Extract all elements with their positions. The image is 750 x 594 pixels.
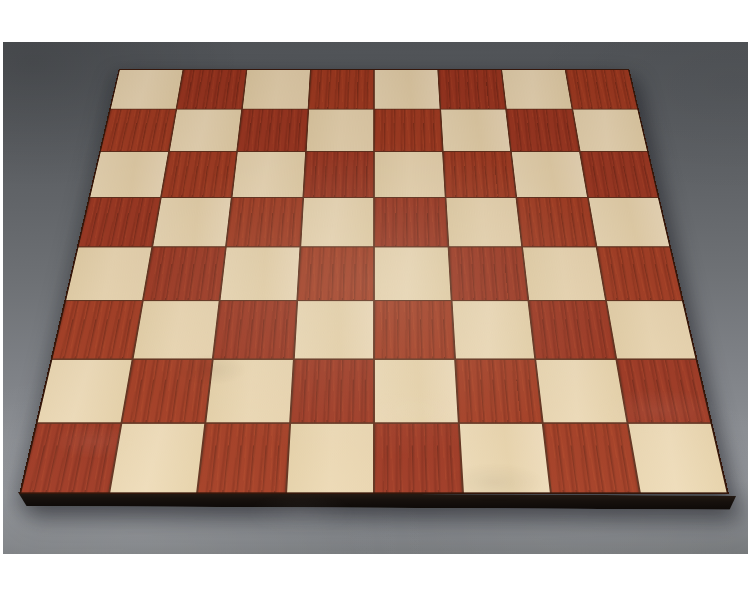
square-c5	[227, 198, 302, 246]
square-a8	[111, 70, 182, 109]
square-e8	[375, 70, 440, 109]
square-g3	[529, 301, 614, 358]
square-d3	[294, 301, 373, 358]
chessboard	[19, 69, 729, 494]
square-h1	[628, 424, 726, 493]
square-f2	[456, 360, 542, 423]
board-photo	[3, 42, 748, 554]
square-f4	[449, 247, 528, 300]
square-b1	[110, 424, 204, 493]
square-b4	[143, 247, 225, 300]
square-e5	[375, 198, 447, 246]
square-g2	[536, 360, 626, 423]
square-b3	[133, 301, 218, 358]
square-h5	[588, 198, 669, 246]
square-g6	[512, 152, 587, 197]
square-a7	[101, 110, 175, 152]
square-g8	[502, 70, 571, 109]
square-c6	[233, 152, 305, 197]
square-c1	[198, 424, 288, 493]
square-e7	[375, 110, 442, 152]
square-f5	[446, 198, 521, 246]
square-h4	[597, 247, 682, 300]
square-a2	[38, 360, 131, 423]
square-c8	[243, 70, 310, 109]
square-h2	[617, 360, 710, 423]
square-g1	[544, 424, 638, 493]
square-d7	[306, 110, 373, 152]
square-a3	[53, 301, 142, 358]
square-d5	[301, 198, 373, 246]
square-f7	[441, 110, 510, 152]
square-f3	[452, 301, 534, 358]
square-f6	[443, 152, 515, 197]
square-e4	[375, 247, 450, 300]
square-c2	[206, 360, 292, 423]
square-b7	[169, 110, 241, 152]
square-g5	[517, 198, 595, 246]
square-c3	[214, 301, 296, 358]
square-b8	[177, 70, 246, 109]
square-d2	[291, 360, 373, 423]
square-e6	[375, 152, 445, 197]
square-h6	[580, 152, 657, 197]
square-e1	[375, 424, 461, 493]
square-g4	[523, 247, 605, 300]
square-a1	[21, 424, 119, 493]
square-b5	[153, 198, 231, 246]
square-b2	[122, 360, 212, 423]
board-scene	[3, 42, 748, 554]
square-h7	[573, 110, 647, 152]
square-g7	[507, 110, 579, 152]
square-d8	[309, 70, 374, 109]
square-f8	[438, 70, 505, 109]
square-a6	[90, 152, 167, 197]
square-d6	[304, 152, 374, 197]
square-a4	[66, 247, 151, 300]
square-c4	[221, 247, 300, 300]
square-c7	[238, 110, 307, 152]
square-f1	[459, 424, 549, 493]
board-side-edge	[15, 492, 739, 510]
square-h3	[607, 301, 696, 358]
square-d1	[287, 424, 373, 493]
square-d4	[298, 247, 373, 300]
square-e2	[375, 360, 457, 423]
square-b6	[161, 152, 236, 197]
square-h8	[566, 70, 637, 109]
square-a5	[79, 198, 160, 246]
square-e3	[375, 301, 454, 358]
